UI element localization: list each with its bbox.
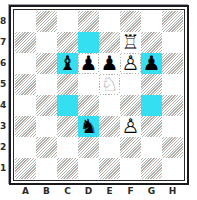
square-h8[interactable]	[162, 11, 183, 32]
square-d3[interactable]: ♞	[78, 116, 99, 137]
square-a3[interactable]	[15, 116, 36, 137]
square-d2[interactable]	[78, 137, 99, 158]
square-a7[interactable]	[15, 32, 36, 53]
white-rook: ♖	[120, 32, 141, 53]
square-g6[interactable]: ♟	[141, 53, 162, 74]
square-g4[interactable]	[141, 95, 162, 116]
white-pawn: ♙	[120, 53, 141, 74]
board-inner: ♖♝♟♟♙♟♘♞♙	[13, 9, 185, 181]
square-e2[interactable]	[99, 137, 120, 158]
rank-label-1: 1	[0, 158, 9, 179]
square-a6[interactable]	[15, 53, 36, 74]
square-c5[interactable]	[57, 74, 78, 95]
file-label-b: B	[36, 186, 57, 196]
square-c4[interactable]	[57, 95, 78, 116]
square-f7[interactable]: ♖	[120, 32, 141, 53]
square-h4[interactable]	[162, 95, 183, 116]
square-f4[interactable]	[120, 95, 141, 116]
square-d7[interactable]	[78, 32, 99, 53]
square-b3[interactable]	[36, 116, 57, 137]
square-h5[interactable]	[162, 74, 183, 95]
black-pawn: ♟	[78, 53, 99, 74]
square-f1[interactable]	[120, 158, 141, 179]
square-c2[interactable]	[57, 137, 78, 158]
file-label-e: E	[99, 186, 120, 196]
square-c1[interactable]	[57, 158, 78, 179]
black-knight: ♞	[78, 116, 99, 137]
square-d8[interactable]	[78, 11, 99, 32]
file-label-f: F	[120, 186, 141, 196]
square-d5[interactable]	[78, 74, 99, 95]
square-b7[interactable]	[36, 32, 57, 53]
square-e8[interactable]	[99, 11, 120, 32]
black-pawn: ♟	[99, 53, 120, 74]
square-h2[interactable]	[162, 137, 183, 158]
rank-label-8: 8	[0, 11, 9, 32]
square-h3[interactable]	[162, 116, 183, 137]
file-label-a: A	[15, 186, 36, 196]
square-b6[interactable]	[36, 53, 57, 74]
square-f8[interactable]	[120, 11, 141, 32]
chess-diagram: 87654321 ♖♝♟♟♙♟♘♞♙ ABCDEFGH	[0, 0, 197, 200]
square-e5[interactable]: ♘	[99, 74, 120, 95]
square-e6[interactable]: ♟	[99, 53, 120, 74]
square-a4[interactable]	[15, 95, 36, 116]
square-d4[interactable]	[78, 95, 99, 116]
white-pawn: ♙	[120, 116, 141, 137]
square-f2[interactable]	[120, 137, 141, 158]
board-frame: ♖♝♟♟♙♟♘♞♙	[9, 5, 189, 185]
square-b1[interactable]	[36, 158, 57, 179]
square-f6[interactable]: ♙	[120, 53, 141, 74]
chess-board: ♖♝♟♟♙♟♘♞♙	[15, 11, 183, 179]
square-g1[interactable]	[141, 158, 162, 179]
black-pawn: ♟	[141, 53, 162, 74]
square-e7[interactable]	[99, 32, 120, 53]
square-c6[interactable]: ♝	[57, 53, 78, 74]
rank-label-5: 5	[0, 74, 9, 95]
square-a8[interactable]	[15, 11, 36, 32]
square-a1[interactable]	[15, 158, 36, 179]
square-c7[interactable]	[57, 32, 78, 53]
square-b5[interactable]	[36, 74, 57, 95]
square-d1[interactable]	[78, 158, 99, 179]
square-b4[interactable]	[36, 95, 57, 116]
square-h1[interactable]	[162, 158, 183, 179]
file-label-d: D	[78, 186, 99, 196]
square-c8[interactable]	[57, 11, 78, 32]
file-label-h: H	[162, 186, 183, 196]
square-a5[interactable]	[15, 74, 36, 95]
file-label-g: G	[141, 186, 162, 196]
square-f5[interactable]	[120, 74, 141, 95]
black-bishop: ♝	[57, 53, 78, 74]
rank-label-7: 7	[0, 32, 9, 53]
square-d6[interactable]: ♟	[78, 53, 99, 74]
rank-label-3: 3	[0, 116, 9, 137]
square-g7[interactable]	[141, 32, 162, 53]
file-labels: ABCDEFGH	[15, 186, 183, 196]
white-knight: ♘	[99, 74, 120, 95]
square-f3[interactable]: ♙	[120, 116, 141, 137]
square-e4[interactable]	[99, 95, 120, 116]
square-e3[interactable]	[99, 116, 120, 137]
file-label-c: C	[57, 186, 78, 196]
square-e1[interactable]	[99, 158, 120, 179]
rank-labels: 87654321	[0, 11, 9, 179]
square-g3[interactable]	[141, 116, 162, 137]
square-c3[interactable]	[57, 116, 78, 137]
square-b8[interactable]	[36, 11, 57, 32]
square-b2[interactable]	[36, 137, 57, 158]
square-a2[interactable]	[15, 137, 36, 158]
rank-label-2: 2	[0, 137, 9, 158]
square-h6[interactable]	[162, 53, 183, 74]
square-g2[interactable]	[141, 137, 162, 158]
rank-label-6: 6	[0, 53, 9, 74]
square-g5[interactable]	[141, 74, 162, 95]
rank-label-4: 4	[0, 95, 9, 116]
square-h7[interactable]	[162, 32, 183, 53]
square-g8[interactable]	[141, 11, 162, 32]
